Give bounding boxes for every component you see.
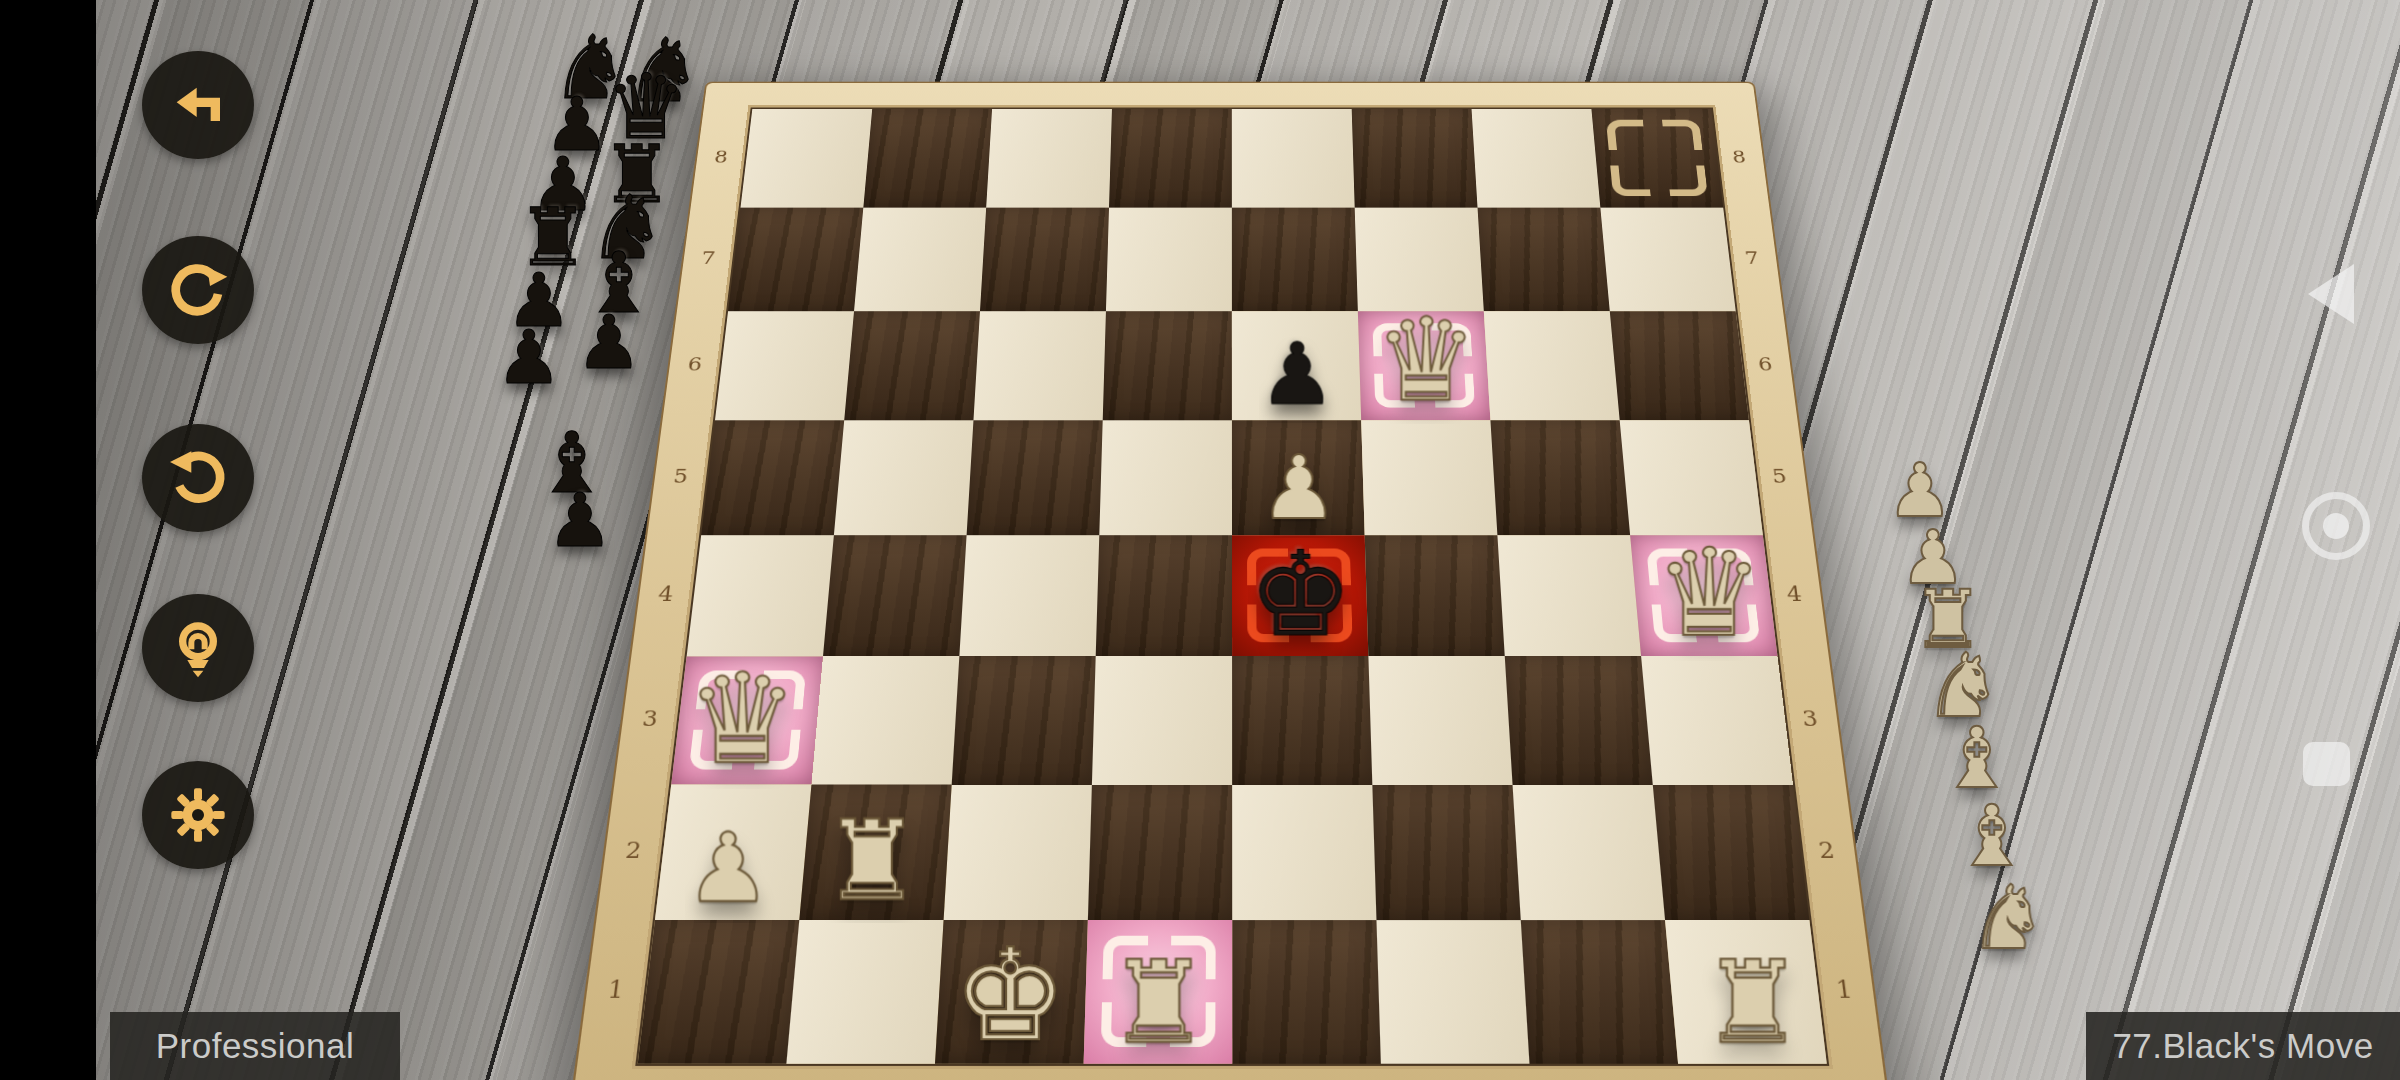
android-home-icon[interactable]: [2302, 492, 2370, 560]
square-h7[interactable]: [1600, 208, 1735, 312]
display-cutout-strip: [0, 0, 96, 1080]
square-b4[interactable]: [823, 535, 967, 656]
file-label: D: [1079, 1064, 1230, 1080]
square-g7[interactable]: [1478, 208, 1610, 312]
square-h5[interactable]: [1620, 420, 1763, 535]
white-rook[interactable]: ♜: [1701, 945, 1803, 1059]
square-a3[interactable]: ♛: [671, 656, 823, 784]
square-e3[interactable]: [1232, 656, 1372, 784]
square-d7[interactable]: [1106, 208, 1232, 312]
black-pawn[interactable]: ♟: [1258, 332, 1335, 417]
square-b5[interactable]: [834, 420, 974, 535]
settings-button[interactable]: [142, 761, 254, 869]
square-d2[interactable]: [1088, 785, 1232, 921]
white-rook[interactable]: ♜: [1107, 945, 1209, 1059]
chess-board: ♟♛♟♚♛♛♟♜♚♜♜ 87654321 87654321 ABCDEFGH: [566, 82, 1894, 1080]
square-f5[interactable]: [1361, 420, 1497, 535]
file-label: F: [1379, 1064, 1531, 1080]
square-b6[interactable]: [844, 311, 980, 420]
square-f8[interactable]: [1352, 109, 1478, 208]
square-d1[interactable]: ♜: [1084, 920, 1233, 1064]
square-a7[interactable]: [728, 208, 863, 312]
square-b8[interactable]: [863, 109, 992, 208]
highlight-corner: [1662, 120, 1703, 150]
captured-white-bishop: ♝: [1939, 716, 2014, 800]
takeback-button[interactable]: [142, 424, 254, 532]
square-a5[interactable]: [701, 420, 844, 535]
square-b1[interactable]: [786, 920, 943, 1064]
square-c1[interactable]: ♚: [935, 920, 1088, 1064]
square-c5[interactable]: [967, 420, 1103, 535]
square-e2[interactable]: [1232, 785, 1376, 921]
highlight-corner: [1606, 120, 1646, 150]
undo-rotate-icon: [166, 446, 230, 510]
square-d5[interactable]: [1099, 420, 1232, 535]
square-e7[interactable]: [1232, 208, 1358, 312]
file-label: G: [1527, 1064, 1681, 1080]
file-labels-bottom: ABCDEFGH: [628, 1064, 1832, 1080]
square-g3[interactable]: [1505, 656, 1653, 784]
square-h1[interactable]: ♜: [1665, 920, 1827, 1064]
square-b7[interactable]: [854, 208, 986, 312]
hint-bulb-icon: [166, 616, 230, 680]
square-e8[interactable]: [1232, 109, 1355, 208]
file-label: B: [778, 1064, 932, 1080]
difficulty-badge: Professional: [110, 1012, 400, 1080]
square-g6[interactable]: [1484, 311, 1620, 420]
square-e5[interactable]: ♟: [1232, 420, 1365, 535]
file-label: C: [929, 1064, 1081, 1080]
square-d8[interactable]: [1109, 109, 1232, 208]
square-a4[interactable]: [687, 535, 834, 656]
square-e6[interactable]: ♟: [1232, 311, 1361, 420]
square-c7[interactable]: [980, 208, 1109, 312]
captured-black-pawn: ♟: [576, 306, 642, 380]
white-rook[interactable]: ♜: [822, 805, 921, 916]
white-queen[interactable]: ♛: [1655, 532, 1763, 653]
square-c3[interactable]: [952, 656, 1096, 784]
hint-button[interactable]: [142, 594, 254, 702]
captured-black-pawn: ♟: [547, 484, 613, 558]
square-f1[interactable]: [1376, 920, 1529, 1064]
square-c6[interactable]: [973, 311, 1105, 420]
square-c4[interactable]: [959, 535, 1099, 656]
square-d3[interactable]: [1092, 656, 1232, 784]
square-d4[interactable]: [1096, 535, 1232, 656]
square-h6[interactable]: [1610, 311, 1749, 420]
black-king[interactable]: ♚: [1248, 536, 1353, 653]
back-arrow-icon: [166, 73, 230, 137]
android-recents-icon[interactable]: [2303, 742, 2350, 786]
square-b3[interactable]: [811, 656, 959, 784]
white-pawn[interactable]: ♟: [1259, 444, 1338, 532]
square-b2[interactable]: ♜: [799, 785, 951, 921]
square-a2[interactable]: ♟: [655, 785, 811, 921]
square-c2[interactable]: [944, 785, 1092, 921]
square-c8[interactable]: [986, 109, 1112, 208]
square-a6[interactable]: [715, 311, 854, 420]
square-g2[interactable]: [1513, 785, 1666, 921]
square-h8[interactable]: [1591, 109, 1723, 208]
square-h2[interactable]: [1653, 785, 1810, 921]
square-a8[interactable]: [740, 109, 872, 208]
highlight-corner: [1610, 165, 1651, 196]
move-label: 77.Black's Move: [2112, 1026, 2373, 1066]
settings-gear-icon: [166, 783, 230, 847]
captured-white-bishop: ♝: [1954, 794, 2029, 878]
square-h3[interactable]: [1641, 656, 1793, 784]
android-back-icon[interactable]: [2308, 264, 2354, 324]
square-g4[interactable]: [1497, 535, 1641, 656]
square-e1[interactable]: [1232, 920, 1381, 1064]
new-game-button[interactable]: [142, 236, 254, 344]
white-queen[interactable]: ♛: [1374, 302, 1477, 417]
white-king[interactable]: ♚: [952, 932, 1066, 1059]
move-indicator: 77.Black's Move: [2086, 1012, 2400, 1080]
back-button[interactable]: [142, 51, 254, 159]
captured-black-pawn: ♟: [496, 321, 562, 395]
square-f2[interactable]: [1372, 785, 1520, 921]
file-label: H: [1676, 1064, 1832, 1080]
square-a1[interactable]: [638, 920, 800, 1064]
square-f4[interactable]: [1365, 535, 1505, 656]
square-h4[interactable]: ♛: [1630, 535, 1777, 656]
square-g1[interactable]: [1521, 920, 1678, 1064]
white-queen[interactable]: ♛: [686, 656, 797, 780]
board-scene: ♟♛♟♚♛♛♟♜♚♜♜ 87654321 87654321 ABCDEFGH: [510, 0, 1950, 1080]
white-pawn[interactable]: ♟: [685, 820, 771, 915]
square-g5[interactable]: [1490, 420, 1630, 535]
restart-icon: [166, 258, 230, 322]
captured-white-knight: ♞: [1969, 874, 2048, 962]
square-f3[interactable]: [1368, 656, 1512, 784]
board-grid: ♟♛♟♚♛♛♟♜♚♜♜: [635, 108, 1829, 1066]
square-f6[interactable]: ♛: [1358, 311, 1491, 420]
square-d6[interactable]: [1103, 311, 1232, 420]
file-label: E: [1230, 1064, 1381, 1080]
highlight-corner: [1667, 165, 1708, 196]
file-label: A: [628, 1064, 784, 1080]
square-e4[interactable]: ♚: [1232, 535, 1368, 656]
difficulty-label: Professional: [156, 1026, 355, 1066]
square-g8[interactable]: [1472, 109, 1601, 208]
